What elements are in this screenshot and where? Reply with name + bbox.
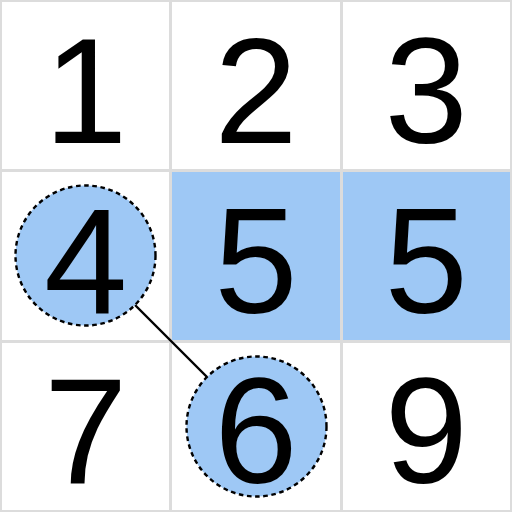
cell-number: 3 [385, 16, 468, 166]
cell-number: 7 [44, 356, 127, 506]
cell-r1c0[interactable]: 4 [2, 172, 169, 339]
cell-r2c2[interactable]: 9 [343, 343, 510, 510]
cell-r0c2[interactable]: 3 [343, 2, 510, 169]
cell-r1c2[interactable]: 5 [343, 172, 510, 339]
cell-r2c0[interactable]: 7 [2, 343, 169, 510]
cell-number: 5 [214, 186, 297, 336]
cell-number: 2 [214, 16, 297, 166]
cell-r0c0[interactable]: 1 [2, 2, 169, 169]
cell-number: 6 [214, 356, 297, 506]
cell-number: 9 [385, 356, 468, 506]
number-grid-board: 1 2 3 4 5 5 7 6 9 [0, 0, 512, 512]
cell-r2c1[interactable]: 6 [172, 343, 339, 510]
cell-number: 1 [44, 16, 127, 166]
cell-r1c1[interactable]: 5 [172, 172, 339, 339]
cell-number: 4 [44, 186, 127, 336]
cell-number: 5 [385, 186, 468, 336]
cell-r0c1[interactable]: 2 [172, 2, 339, 169]
